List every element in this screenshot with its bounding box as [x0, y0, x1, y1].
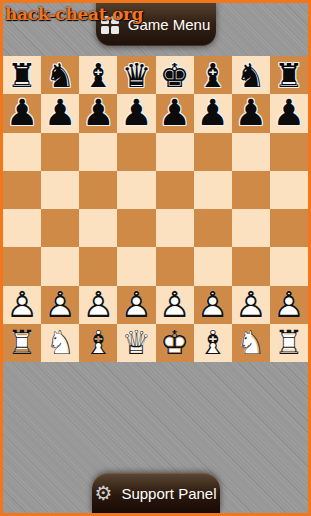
- square-h2[interactable]: ♟♙: [270, 286, 308, 324]
- square-a4[interactable]: [3, 209, 41, 247]
- piece-white-knight: ♞: [41, 324, 79, 362]
- support-panel-button[interactable]: ⚙ Support Panel: [92, 473, 220, 513]
- piece-black-knight: ♞: [232, 56, 270, 94]
- piece-white-knight: ♞: [232, 324, 270, 362]
- piece-white-rook: ♜♖: [270, 324, 308, 362]
- piece-outline-rook: ♖: [3, 324, 41, 362]
- square-c1[interactable]: ♝♗: [79, 324, 117, 362]
- square-b4[interactable]: [41, 209, 79, 247]
- piece-white-pawn: ♟♙: [270, 286, 308, 324]
- square-h8[interactable]: ♜: [270, 56, 308, 94]
- square-c3[interactable]: [79, 247, 117, 285]
- square-d2[interactable]: ♟♙: [117, 286, 155, 324]
- piece-black-queen: ♛: [117, 56, 155, 94]
- piece-black-knight: ♞: [41, 56, 79, 94]
- square-g3[interactable]: [232, 247, 270, 285]
- piece-black-queen: ♛: [117, 56, 155, 94]
- square-g8[interactable]: ♞: [232, 56, 270, 94]
- piece-black-rook: ♜: [3, 56, 41, 94]
- square-e5[interactable]: [156, 171, 194, 209]
- piece-outline-pawn: ♙: [41, 286, 79, 324]
- square-f8[interactable]: ♝: [194, 56, 232, 94]
- piece-white-rook: ♜: [270, 324, 308, 362]
- piece-white-queen: ♛♕: [117, 324, 155, 362]
- square-h1[interactable]: ♜♖: [270, 324, 308, 362]
- square-d7[interactable]: ♟: [117, 94, 155, 132]
- square-e4[interactable]: [156, 209, 194, 247]
- support-panel-label: Support Panel: [121, 485, 216, 502]
- piece-black-bishop: ♝: [79, 56, 117, 94]
- piece-black-pawn: ♟: [3, 94, 41, 132]
- square-b6[interactable]: [41, 133, 79, 171]
- piece-white-pawn: ♟♙: [232, 286, 270, 324]
- square-a7[interactable]: ♟: [3, 94, 41, 132]
- square-b2[interactable]: ♟♙: [41, 286, 79, 324]
- piece-black-pawn: ♟: [270, 94, 308, 132]
- piece-black-rook: ♜: [270, 56, 308, 94]
- grid-menu-icon-square: [111, 16, 119, 24]
- square-f1[interactable]: ♝♗: [194, 324, 232, 362]
- piece-outline-pawn: ♙: [156, 286, 194, 324]
- square-c6[interactable]: [79, 133, 117, 171]
- square-e3[interactable]: [156, 247, 194, 285]
- piece-black-pawn: ♟: [79, 94, 117, 132]
- piece-white-bishop: ♝: [79, 324, 117, 362]
- piece-black-bishop: ♝: [194, 56, 232, 94]
- grid-menu-icon-square: [101, 26, 109, 34]
- piece-white-pawn: ♟: [41, 286, 79, 324]
- square-f3[interactable]: [194, 247, 232, 285]
- piece-white-pawn: ♟: [79, 286, 117, 324]
- square-d3[interactable]: [117, 247, 155, 285]
- piece-black-pawn: ♟: [270, 94, 308, 132]
- piece-white-pawn: ♟: [3, 286, 41, 324]
- piece-outline-pawn: ♙: [232, 286, 270, 324]
- piece-black-rook: ♜: [270, 56, 308, 94]
- square-g4[interactable]: [232, 209, 270, 247]
- square-g5[interactable]: [232, 171, 270, 209]
- piece-outline-pawn: ♙: [117, 286, 155, 324]
- square-e7[interactable]: ♟: [156, 94, 194, 132]
- square-h3[interactable]: [270, 247, 308, 285]
- piece-black-pawn: ♟: [194, 94, 232, 132]
- gear-icon: ⚙: [94, 483, 112, 503]
- piece-white-bishop: ♝♗: [79, 324, 117, 362]
- grid-menu-icon: [101, 16, 119, 34]
- piece-white-pawn: ♟♙: [156, 286, 194, 324]
- piece-black-king: ♚: [156, 56, 194, 94]
- app-screen: hack-cheat.org Game Menu ♜♞♝♛♚♝♞♜♟♟♟♟♟♟♟…: [0, 0, 311, 516]
- piece-white-knight: ♞♘: [41, 324, 79, 362]
- square-e8[interactable]: ♚: [156, 56, 194, 94]
- chess-board: ♜♞♝♛♚♝♞♜♟♟♟♟♟♟♟♟♟♙♟♙♟♙♟♙♟♙♟♙♟♙♟♙♜♖♞♘♝♗♛♕…: [3, 56, 308, 362]
- piece-outline-pawn: ♙: [194, 286, 232, 324]
- piece-white-pawn: ♟♙: [194, 286, 232, 324]
- piece-outline-pawn: ♙: [270, 286, 308, 324]
- square-e6[interactable]: [156, 133, 194, 171]
- piece-black-knight: ♞: [232, 56, 270, 94]
- piece-black-pawn: ♟: [41, 94, 79, 132]
- square-h7[interactable]: ♟: [270, 94, 308, 132]
- piece-white-king: ♚♔: [156, 324, 194, 362]
- piece-outline-rook: ♖: [270, 324, 308, 362]
- square-a6[interactable]: [3, 133, 41, 171]
- square-a8[interactable]: ♜: [3, 56, 41, 94]
- square-b1[interactable]: ♞♘: [41, 324, 79, 362]
- piece-white-pawn: ♟: [117, 286, 155, 324]
- piece-white-pawn: ♟: [156, 286, 194, 324]
- square-a5[interactable]: [3, 171, 41, 209]
- piece-white-bishop: ♝: [194, 324, 232, 362]
- square-f6[interactable]: [194, 133, 232, 171]
- square-g7[interactable]: ♟: [232, 94, 270, 132]
- piece-black-pawn: ♟: [117, 94, 155, 132]
- square-d8[interactable]: ♛: [117, 56, 155, 94]
- square-f5[interactable]: [194, 171, 232, 209]
- piece-outline-king: ♔: [156, 324, 194, 362]
- piece-black-pawn: ♟: [232, 94, 270, 132]
- piece-white-rook: ♜♖: [3, 324, 41, 362]
- square-e1[interactable]: ♚♔: [156, 324, 194, 362]
- square-b5[interactable]: [41, 171, 79, 209]
- square-g1[interactable]: ♞♘: [232, 324, 270, 362]
- piece-black-pawn: ♟: [117, 94, 155, 132]
- piece-white-pawn: ♟: [194, 286, 232, 324]
- piece-outline-queen: ♕: [117, 324, 155, 362]
- square-g6[interactable]: [232, 133, 270, 171]
- square-e2[interactable]: ♟♙: [156, 286, 194, 324]
- piece-white-pawn: ♟♙: [79, 286, 117, 324]
- piece-black-knight: ♞: [41, 56, 79, 94]
- grid-menu-icon-square: [111, 26, 119, 34]
- piece-outline-pawn: ♙: [3, 286, 41, 324]
- square-a2[interactable]: ♟♙: [3, 286, 41, 324]
- piece-white-pawn: ♟: [232, 286, 270, 324]
- game-menu-label: Game Menu: [128, 16, 211, 33]
- piece-outline-knight: ♘: [232, 324, 270, 362]
- piece-black-pawn: ♟: [194, 94, 232, 132]
- piece-outline-bishop: ♗: [194, 324, 232, 362]
- piece-outline-bishop: ♗: [79, 324, 117, 362]
- square-b8[interactable]: ♞: [41, 56, 79, 94]
- piece-black-rook: ♜: [3, 56, 41, 94]
- piece-white-pawn: ♟: [270, 286, 308, 324]
- square-c7[interactable]: ♟: [79, 94, 117, 132]
- piece-white-rook: ♜: [3, 324, 41, 362]
- square-h5[interactable]: [270, 171, 308, 209]
- square-c5[interactable]: [79, 171, 117, 209]
- piece-black-king: ♚: [156, 56, 194, 94]
- square-c2[interactable]: ♟♙: [79, 286, 117, 324]
- square-f2[interactable]: ♟♙: [194, 286, 232, 324]
- square-g2[interactable]: ♟♙: [232, 286, 270, 324]
- square-f7[interactable]: ♟: [194, 94, 232, 132]
- square-a3[interactable]: [3, 247, 41, 285]
- square-h6[interactable]: [270, 133, 308, 171]
- piece-white-knight: ♞♘: [232, 324, 270, 362]
- piece-black-pawn: ♟: [3, 94, 41, 132]
- square-d5[interactable]: [117, 171, 155, 209]
- piece-black-pawn: ♟: [79, 94, 117, 132]
- square-c8[interactable]: ♝: [79, 56, 117, 94]
- piece-white-king: ♚: [156, 324, 194, 362]
- piece-outline-knight: ♘: [41, 324, 79, 362]
- piece-white-bishop: ♝♗: [194, 324, 232, 362]
- piece-white-pawn: ♟♙: [3, 286, 41, 324]
- square-c4[interactable]: [79, 209, 117, 247]
- square-h4[interactable]: [270, 209, 308, 247]
- square-d6[interactable]: [117, 133, 155, 171]
- piece-white-pawn: ♟♙: [41, 286, 79, 324]
- square-b7[interactable]: ♟: [41, 94, 79, 132]
- game-menu-button[interactable]: Game Menu: [96, 3, 216, 46]
- piece-black-pawn: ♟: [232, 94, 270, 132]
- piece-black-bishop: ♝: [79, 56, 117, 94]
- square-a1[interactable]: ♜♖: [3, 324, 41, 362]
- square-d1[interactable]: ♛♕: [117, 324, 155, 362]
- piece-black-pawn: ♟: [156, 94, 194, 132]
- square-b3[interactable]: [41, 247, 79, 285]
- square-d4[interactable]: [117, 209, 155, 247]
- piece-black-pawn: ♟: [41, 94, 79, 132]
- piece-outline-pawn: ♙: [79, 286, 117, 324]
- square-f4[interactable]: [194, 209, 232, 247]
- piece-black-pawn: ♟: [156, 94, 194, 132]
- piece-black-bishop: ♝: [194, 56, 232, 94]
- piece-white-pawn: ♟♙: [117, 286, 155, 324]
- grid-menu-icon-square: [101, 16, 109, 24]
- piece-white-queen: ♛: [117, 324, 155, 362]
